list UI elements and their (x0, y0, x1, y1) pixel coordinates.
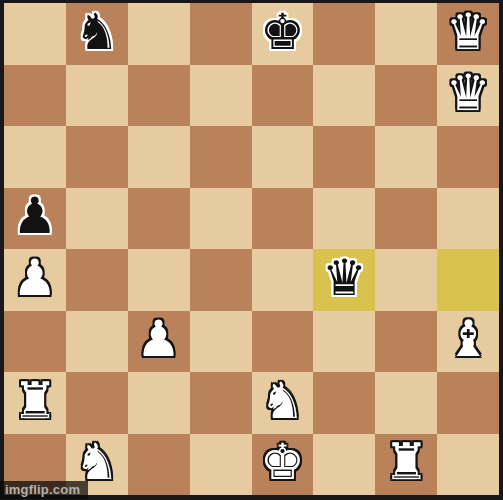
square-f2[interactable] (313, 372, 375, 434)
square-e7[interactable] (252, 65, 314, 127)
square-d6[interactable] (190, 126, 252, 188)
square-h4[interactable] (437, 249, 499, 311)
square-b8[interactable]: ♞ (66, 3, 128, 65)
chess-board: ♞♚♛♛♟♟♛♟♝♜♞♞♚♜ (4, 3, 499, 495)
piece-black-queen: ♛ (322, 253, 367, 303)
piece-white-rook: ♜ (13, 376, 58, 426)
square-c7[interactable] (128, 65, 190, 127)
square-d4[interactable] (190, 249, 252, 311)
square-h2[interactable] (437, 372, 499, 434)
square-d3[interactable] (190, 311, 252, 373)
square-c8[interactable] (128, 3, 190, 65)
square-e1[interactable]: ♚ (252, 434, 314, 496)
square-f4[interactable]: ♛ (313, 249, 375, 311)
square-b6[interactable] (66, 126, 128, 188)
square-c1[interactable] (128, 434, 190, 496)
square-c4[interactable] (128, 249, 190, 311)
piece-white-bishop: ♝ (446, 314, 491, 364)
square-c2[interactable] (128, 372, 190, 434)
square-f3[interactable] (313, 311, 375, 373)
square-d2[interactable] (190, 372, 252, 434)
square-e3[interactable] (252, 311, 314, 373)
square-d5[interactable] (190, 188, 252, 250)
piece-black-king: ♚ (260, 7, 305, 57)
piece-white-queen: ♛ (446, 7, 491, 57)
square-a5[interactable]: ♟ (4, 188, 66, 250)
square-c3[interactable]: ♟ (128, 311, 190, 373)
square-f1[interactable] (313, 434, 375, 496)
square-g4[interactable] (375, 249, 437, 311)
square-g2[interactable] (375, 372, 437, 434)
square-h1[interactable] (437, 434, 499, 496)
chess-board-frame: ♞♚♛♛♟♟♛♟♝♜♞♞♚♜ imgflip.com (0, 0, 503, 500)
square-h7[interactable]: ♛ (437, 65, 499, 127)
square-c6[interactable] (128, 126, 190, 188)
square-g6[interactable] (375, 126, 437, 188)
square-b2[interactable] (66, 372, 128, 434)
piece-white-knight: ♞ (260, 376, 305, 426)
piece-white-rook: ♜ (384, 437, 429, 487)
square-g3[interactable] (375, 311, 437, 373)
square-e4[interactable] (252, 249, 314, 311)
piece-white-pawn: ♟ (13, 253, 58, 303)
piece-black-knight: ♞ (74, 7, 119, 57)
square-b5[interactable] (66, 188, 128, 250)
square-d8[interactable] (190, 3, 252, 65)
square-f6[interactable] (313, 126, 375, 188)
square-h3[interactable]: ♝ (437, 311, 499, 373)
square-a4[interactable]: ♟ (4, 249, 66, 311)
square-a6[interactable] (4, 126, 66, 188)
square-a8[interactable] (4, 3, 66, 65)
square-g5[interactable] (375, 188, 437, 250)
square-h6[interactable] (437, 126, 499, 188)
square-c5[interactable] (128, 188, 190, 250)
square-h5[interactable] (437, 188, 499, 250)
square-a3[interactable] (4, 311, 66, 373)
square-e2[interactable]: ♞ (252, 372, 314, 434)
square-h8[interactable]: ♛ (437, 3, 499, 65)
square-a7[interactable] (4, 65, 66, 127)
square-e6[interactable] (252, 126, 314, 188)
piece-black-pawn: ♟ (13, 191, 58, 241)
piece-white-queen: ♛ (446, 68, 491, 118)
square-g7[interactable] (375, 65, 437, 127)
square-d7[interactable] (190, 65, 252, 127)
square-d1[interactable] (190, 434, 252, 496)
square-b4[interactable] (66, 249, 128, 311)
square-e5[interactable] (252, 188, 314, 250)
square-g1[interactable]: ♜ (375, 434, 437, 496)
square-f8[interactable] (313, 3, 375, 65)
square-b7[interactable] (66, 65, 128, 127)
square-a2[interactable]: ♜ (4, 372, 66, 434)
imgflip-watermark: imgflip.com (0, 481, 88, 499)
square-f7[interactable] (313, 65, 375, 127)
square-f5[interactable] (313, 188, 375, 250)
square-g8[interactable] (375, 3, 437, 65)
piece-white-pawn: ♟ (136, 314, 181, 364)
square-b3[interactable] (66, 311, 128, 373)
square-e8[interactable]: ♚ (252, 3, 314, 65)
piece-white-king: ♚ (260, 437, 305, 487)
piece-white-knight: ♞ (74, 437, 119, 487)
